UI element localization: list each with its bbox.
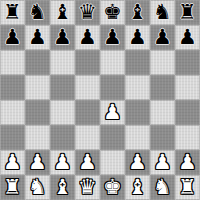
square-f5[interactable] [125, 75, 150, 100]
square-h1[interactable]: ♜ [175, 175, 200, 200]
square-g8[interactable]: ♞ [150, 0, 175, 25]
square-e1[interactable]: ♚ [100, 175, 125, 200]
square-c5[interactable] [50, 75, 75, 100]
black-queen[interactable]: ♛ [78, 0, 97, 25]
black-rook[interactable]: ♜ [3, 0, 22, 25]
chess-board: ♜♞♝♛♚♝♞♜♟♟♟♟♟♟♟♟♟♟♟♟♟♟♟♟♜♞♝♛♚♝♞♜ [0, 0, 200, 200]
square-a1[interactable]: ♜ [0, 175, 25, 200]
square-f7[interactable]: ♟ [125, 25, 150, 50]
square-f3[interactable] [125, 125, 150, 150]
square-c7[interactable]: ♟ [50, 25, 75, 50]
square-g1[interactable]: ♞ [150, 175, 175, 200]
black-pawn[interactable]: ♟ [128, 25, 147, 50]
black-knight[interactable]: ♞ [28, 0, 47, 25]
square-g4[interactable] [150, 100, 175, 125]
square-d7[interactable]: ♟ [75, 25, 100, 50]
square-c8[interactable]: ♝ [50, 0, 75, 25]
square-e5[interactable] [100, 75, 125, 100]
square-d3[interactable] [75, 125, 100, 150]
square-h5[interactable] [175, 75, 200, 100]
black-pawn[interactable]: ♟ [178, 25, 197, 50]
square-h4[interactable] [175, 100, 200, 125]
square-d5[interactable] [75, 75, 100, 100]
square-g3[interactable] [150, 125, 175, 150]
square-e8[interactable]: ♚ [100, 0, 125, 25]
square-e3[interactable] [100, 125, 125, 150]
black-pawn[interactable]: ♟ [53, 25, 72, 50]
white-pawn[interactable]: ♟ [178, 150, 197, 175]
black-pawn[interactable]: ♟ [3, 25, 22, 50]
square-a7[interactable]: ♟ [0, 25, 25, 50]
square-e2[interactable] [100, 150, 125, 175]
black-king[interactable]: ♚ [103, 0, 122, 25]
square-b3[interactable] [25, 125, 50, 150]
white-knight[interactable]: ♞ [153, 175, 172, 200]
black-knight[interactable]: ♞ [153, 0, 172, 25]
square-f4[interactable] [125, 100, 150, 125]
white-rook[interactable]: ♜ [178, 175, 197, 200]
white-rook[interactable]: ♜ [3, 175, 22, 200]
square-h7[interactable]: ♟ [175, 25, 200, 50]
square-e7[interactable]: ♟ [100, 25, 125, 50]
square-b8[interactable]: ♞ [25, 0, 50, 25]
square-h2[interactable]: ♟ [175, 150, 200, 175]
white-pawn[interactable]: ♟ [78, 150, 97, 175]
square-a8[interactable]: ♜ [0, 0, 25, 25]
square-b1[interactable]: ♞ [25, 175, 50, 200]
black-pawn[interactable]: ♟ [78, 25, 97, 50]
square-c4[interactable] [50, 100, 75, 125]
square-d1[interactable]: ♛ [75, 175, 100, 200]
square-d8[interactable]: ♛ [75, 0, 100, 25]
white-pawn[interactable]: ♟ [128, 150, 147, 175]
square-g2[interactable]: ♟ [150, 150, 175, 175]
white-pawn[interactable]: ♟ [153, 150, 172, 175]
square-c3[interactable] [50, 125, 75, 150]
white-queen[interactable]: ♛ [78, 175, 97, 200]
square-d2[interactable]: ♟ [75, 150, 100, 175]
square-a2[interactable]: ♟ [0, 150, 25, 175]
square-c6[interactable] [50, 50, 75, 75]
square-c2[interactable]: ♟ [50, 150, 75, 175]
white-pawn[interactable]: ♟ [103, 100, 122, 125]
square-h3[interactable] [175, 125, 200, 150]
square-f8[interactable]: ♝ [125, 0, 150, 25]
square-h6[interactable] [175, 50, 200, 75]
black-pawn[interactable]: ♟ [28, 25, 47, 50]
square-f6[interactable] [125, 50, 150, 75]
white-pawn[interactable]: ♟ [53, 150, 72, 175]
white-pawn[interactable]: ♟ [28, 150, 47, 175]
black-bishop[interactable]: ♝ [128, 0, 147, 25]
black-pawn[interactable]: ♟ [103, 25, 122, 50]
square-b4[interactable] [25, 100, 50, 125]
square-a6[interactable] [0, 50, 25, 75]
square-g6[interactable] [150, 50, 175, 75]
white-bishop[interactable]: ♝ [53, 175, 72, 200]
square-g5[interactable] [150, 75, 175, 100]
square-b6[interactable] [25, 50, 50, 75]
square-d4[interactable] [75, 100, 100, 125]
black-rook[interactable]: ♜ [178, 0, 197, 25]
square-f2[interactable]: ♟ [125, 150, 150, 175]
white-king[interactable]: ♚ [103, 175, 122, 200]
black-bishop[interactable]: ♝ [53, 0, 72, 25]
square-g7[interactable]: ♟ [150, 25, 175, 50]
white-knight[interactable]: ♞ [28, 175, 47, 200]
square-h8[interactable]: ♜ [175, 0, 200, 25]
square-b5[interactable] [25, 75, 50, 100]
square-e6[interactable] [100, 50, 125, 75]
square-a4[interactable] [0, 100, 25, 125]
square-c1[interactable]: ♝ [50, 175, 75, 200]
black-pawn[interactable]: ♟ [153, 25, 172, 50]
square-a5[interactable] [0, 75, 25, 100]
square-d6[interactable] [75, 50, 100, 75]
square-b2[interactable]: ♟ [25, 150, 50, 175]
white-bishop[interactable]: ♝ [128, 175, 147, 200]
square-b7[interactable]: ♟ [25, 25, 50, 50]
square-a3[interactable] [0, 125, 25, 150]
square-f1[interactable]: ♝ [125, 175, 150, 200]
square-e4[interactable]: ♟ [100, 100, 125, 125]
white-pawn[interactable]: ♟ [3, 150, 22, 175]
